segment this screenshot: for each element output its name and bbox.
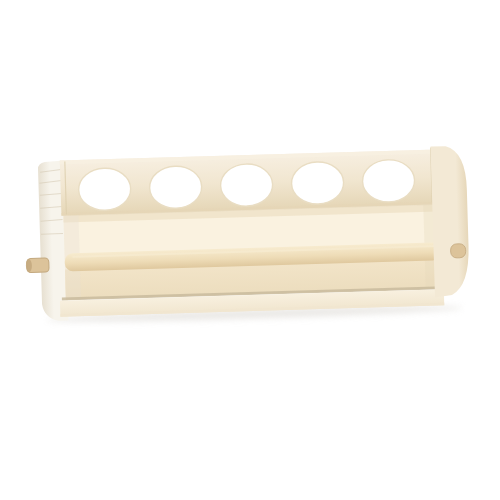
feeder — [23, 146, 471, 326]
feed-hole-5 — [362, 159, 415, 203]
feed-hole-3 — [220, 163, 273, 207]
feed-hole-4 — [291, 161, 344, 205]
right-end-cap — [431, 146, 470, 298]
product-image — [0, 0, 500, 500]
lamination-line — [41, 234, 63, 235]
dowel-nub-right — [450, 244, 465, 258]
dowel-peg-left — [26, 258, 49, 273]
feed-hole-1 — [78, 168, 131, 212]
feed-hole-2 — [149, 165, 202, 209]
product-photo — [0, 0, 500, 500]
